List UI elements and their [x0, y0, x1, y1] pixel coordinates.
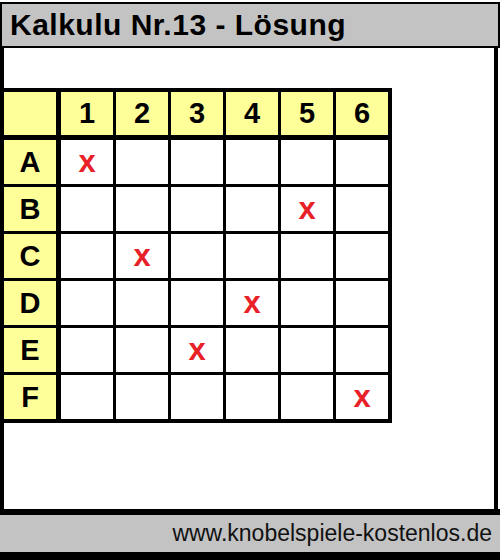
cell-F2[interactable]: [116, 375, 168, 419]
cell-F3[interactable]: [171, 375, 223, 419]
page-title: Kalkulu Nr.13 - Lösung: [10, 8, 346, 42]
row-header-F: F: [4, 375, 58, 419]
corner-cell: [4, 92, 58, 137]
column-header-5: 5: [281, 92, 333, 137]
cell-A5[interactable]: [281, 140, 333, 184]
cell-D3[interactable]: [171, 281, 223, 325]
title-bar: Kalkulu Nr.13 - Lösung: [0, 2, 500, 48]
cell-C6[interactable]: [336, 234, 388, 278]
cell-C1[interactable]: [61, 234, 113, 278]
cell-E1[interactable]: [61, 328, 113, 372]
cell-C4[interactable]: [226, 234, 278, 278]
cell-A6[interactable]: [336, 140, 388, 184]
cell-B3[interactable]: [171, 187, 223, 231]
cell-D2[interactable]: [116, 281, 168, 325]
row-header-B: B: [4, 187, 58, 231]
cell-A2[interactable]: [116, 140, 168, 184]
cell-D1[interactable]: [61, 281, 113, 325]
row-header-A: A: [4, 140, 58, 184]
column-header-6: 6: [336, 92, 388, 137]
cell-B1[interactable]: [61, 187, 113, 231]
row-header-D: D: [4, 281, 58, 325]
column-header-3: 3: [171, 92, 223, 137]
column-header-2: 2: [116, 92, 168, 137]
row-header-C: C: [4, 234, 58, 278]
cell-B2[interactable]: [116, 187, 168, 231]
cell-B5[interactable]: x: [281, 187, 333, 231]
cell-D5[interactable]: [281, 281, 333, 325]
cell-E2[interactable]: [116, 328, 168, 372]
column-header-4: 4: [226, 92, 278, 137]
cell-A4[interactable]: [226, 140, 278, 184]
cell-D6[interactable]: [336, 281, 388, 325]
cell-F5[interactable]: [281, 375, 333, 419]
cell-E4[interactable]: [226, 328, 278, 372]
row-header-E: E: [4, 328, 58, 372]
footer-url[interactable]: www.knobelspiele-kostenlos.de: [172, 520, 492, 547]
cell-B4[interactable]: [226, 187, 278, 231]
cell-C5[interactable]: [281, 234, 333, 278]
cell-B6[interactable]: [336, 187, 388, 231]
puzzle-board: 123456AxBxCxDxExFx: [0, 88, 392, 423]
cell-E3[interactable]: x: [171, 328, 223, 372]
column-header-1: 1: [61, 92, 113, 137]
cell-E6[interactable]: [336, 328, 388, 372]
cell-F6[interactable]: x: [336, 375, 388, 419]
cell-F4[interactable]: [226, 375, 278, 419]
cell-C2[interactable]: x: [116, 234, 168, 278]
cell-C3[interactable]: [171, 234, 223, 278]
cell-E5[interactable]: [281, 328, 333, 372]
cell-F1[interactable]: [61, 375, 113, 419]
cell-D4[interactable]: x: [226, 281, 278, 325]
cell-A1[interactable]: x: [61, 140, 113, 184]
cell-A3[interactable]: [171, 140, 223, 184]
footer-bar: www.knobelspiele-kostenlos.de: [0, 509, 500, 560]
content-area: 123456AxBxCxDxExFx: [0, 48, 498, 509]
